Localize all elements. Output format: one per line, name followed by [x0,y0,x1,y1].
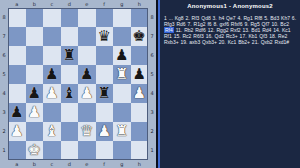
file-label-g-bottom: g [113,160,131,168]
black-rook-piece[interactable]: ♜ [63,46,76,65]
square-a5[interactable] [8,65,26,84]
square-h1[interactable] [131,141,149,160]
rank-label-8-left: 8 [0,8,8,27]
square-d8[interactable] [61,8,79,27]
rank-label-5-left: 5 [0,65,8,84]
rank-label-4-right: 4 [148,84,156,103]
black-pawn-piece[interactable]: ♟ [80,65,93,84]
square-g7[interactable] [113,27,131,46]
square-f3[interactable] [96,103,114,122]
file-label-c-top: c [43,0,61,8]
square-c5[interactable]: ♟ [43,65,61,84]
square-c4[interactable]: ♟ [43,84,61,103]
square-f5[interactable] [96,65,114,84]
square-c1[interactable] [43,141,61,160]
square-e1[interactable] [78,141,96,160]
file-label-c-bottom: c [43,160,61,168]
players-title: Anonymous1 - Anonymous2 [160,3,300,10]
square-b8[interactable] [26,8,44,27]
square-c6[interactable] [43,46,61,65]
file-label-d-top: d [61,0,79,8]
square-d2[interactable] [61,122,79,141]
square-h3[interactable] [131,103,149,122]
square-f6[interactable] [96,46,114,65]
black-pawn-piece[interactable]: ♟ [28,84,41,103]
rank-label-1-right: 1 [148,141,156,160]
move-list-panel: Anonymous1 - Anonymous2 1 ... Kg8 2. Rf3… [156,0,300,168]
square-e5[interactable]: ♟ [78,65,96,84]
square-h5[interactable]: ♟ [131,65,149,84]
black-bishop-piece[interactable]: ♝ [63,84,76,103]
file-label-h-bottom: h [131,160,149,168]
black-pawn-piece[interactable]: ♟ [45,65,58,84]
file-label-e-bottom: e [78,160,96,168]
square-c8[interactable] [43,8,61,27]
rank-label-7-right: 7 [148,27,156,46]
square-h7[interactable]: ♚ [131,27,149,46]
file-label-h-top: h [131,0,149,8]
square-e6[interactable] [78,46,96,65]
square-e4[interactable]: ♟ [78,84,96,103]
square-b7[interactable] [26,27,44,46]
square-h6[interactable] [131,46,149,65]
rank-label-8-right: 8 [148,8,156,27]
square-f8[interactable] [96,8,114,27]
chess-board-frame: abcdefgh887♛♚76♜♟65♟♟♜♟54♟♟♝♟♜♟43♟♟32♟♝♛… [0,0,156,168]
square-c7[interactable] [43,27,61,46]
square-b5[interactable] [26,65,44,84]
rank-label-2-right: 2 [148,122,156,141]
rank-label-3-left: 3 [0,103,8,122]
square-c3[interactable] [43,103,61,122]
square-h2[interactable] [131,122,149,141]
panel-body: Anonymous1 - Anonymous2 1 ... Kg8 2. Rf3… [160,0,300,168]
square-a2[interactable]: ♟ [8,122,26,141]
square-e2[interactable]: ♛ [78,122,96,141]
square-g5[interactable]: ♜ [113,65,131,84]
white-king-piece[interactable]: ♚ [28,141,41,160]
board-corner [148,160,156,168]
square-a7[interactable] [8,27,26,46]
white-rook-piece[interactable]: ♜ [115,65,128,84]
black-king-piece[interactable]: ♚ [133,27,146,46]
square-g3[interactable] [113,103,131,122]
white-queen-piece[interactable]: ♛ [80,122,93,141]
rank-label-2-left: 2 [0,122,8,141]
square-b3[interactable]: ♟ [26,103,44,122]
square-h8[interactable] [131,8,149,27]
square-a4[interactable] [8,84,26,103]
square-d5[interactable] [61,65,79,84]
white-pawn-piece[interactable]: ♟ [45,84,58,103]
white-bishop-piece[interactable]: ♝ [45,122,58,141]
square-a1[interactable] [8,141,26,160]
square-b1[interactable]: ♚ [26,141,44,160]
board-corner [148,0,156,8]
rank-label-6-left: 6 [0,46,8,65]
file-label-g-top: g [113,0,131,8]
white-pawn-piece[interactable]: ♟ [80,84,93,103]
square-a6[interactable] [8,46,26,65]
black-pawn-piece[interactable]: ♟ [10,103,23,122]
file-label-f-top: f [96,0,114,8]
square-f4[interactable]: ♜ [96,84,114,103]
rank-label-7-left: 7 [0,27,8,46]
white-rook-piece[interactable]: ♜ [115,122,128,141]
square-e8[interactable] [78,8,96,27]
board-corner [0,0,8,8]
square-f2[interactable]: ♟ [96,122,114,141]
file-label-f-bottom: f [96,160,114,168]
square-f1[interactable] [96,141,114,160]
square-g2[interactable]: ♜ [113,122,131,141]
square-d3[interactable] [61,103,79,122]
square-g4[interactable] [113,84,131,103]
black-rook-piece[interactable]: ♜ [98,84,111,103]
square-g8[interactable] [113,8,131,27]
file-label-d-bottom: d [61,160,79,168]
white-pawn-piece[interactable]: ♟ [10,122,23,141]
file-label-b-bottom: b [26,160,44,168]
square-c2[interactable]: ♝ [43,122,61,141]
square-b2[interactable] [26,122,44,141]
square-g6[interactable]: ♟ [113,46,131,65]
black-pawn-piece[interactable]: ♟ [133,65,146,84]
square-e3[interactable] [78,103,96,122]
file-label-e-top: e [78,0,96,8]
rank-label-5-right: 5 [148,65,156,84]
square-d6[interactable]: ♜ [61,46,79,65]
moves-text-before[interactable]: 1 ... Kg8 2. Rf3 Qd8 3. h4 Qe7 4. Rg1 Rf… [164,15,296,27]
square-d1[interactable] [61,141,79,160]
rank-label-1-left: 1 [0,141,8,160]
square-g1[interactable] [113,141,131,160]
white-pawn-piece[interactable]: ♟ [98,122,111,141]
rank-label-6-right: 6 [148,46,156,65]
square-a3[interactable]: ♟ [8,103,26,122]
black-queen-piece[interactable]: ♛ [98,27,111,46]
moves-text-after[interactable]: 11. Rb2 Rdf6 12. Rgg2 Rxf2 13. Bd1 Rd4 1… [164,27,291,45]
rank-label-3-right: 3 [148,103,156,122]
file-label-a-top: a [8,0,26,8]
file-label-b-top: b [26,0,44,8]
white-pawn-piece[interactable]: ♟ [133,84,146,103]
square-h4[interactable]: ♟ [131,84,149,103]
square-e7[interactable] [78,27,96,46]
white-pawn-piece[interactable]: ♟ [28,103,41,122]
black-pawn-piece[interactable]: ♟ [115,46,128,65]
square-b6[interactable] [26,46,44,65]
move-list[interactable]: 1 ... Kg8 2. Rf3 Qd8 3. h4 Qe7 4. Rg1 Rf… [164,15,297,45]
board-corner [0,160,8,168]
square-d4[interactable]: ♝ [61,84,79,103]
square-a8[interactable] [8,8,26,27]
square-d7[interactable] [61,27,79,46]
rank-label-4-left: 4 [0,84,8,103]
square-b4[interactable]: ♟ [26,84,44,103]
file-label-a-bottom: a [8,160,26,168]
square-f7[interactable]: ♛ [96,27,114,46]
